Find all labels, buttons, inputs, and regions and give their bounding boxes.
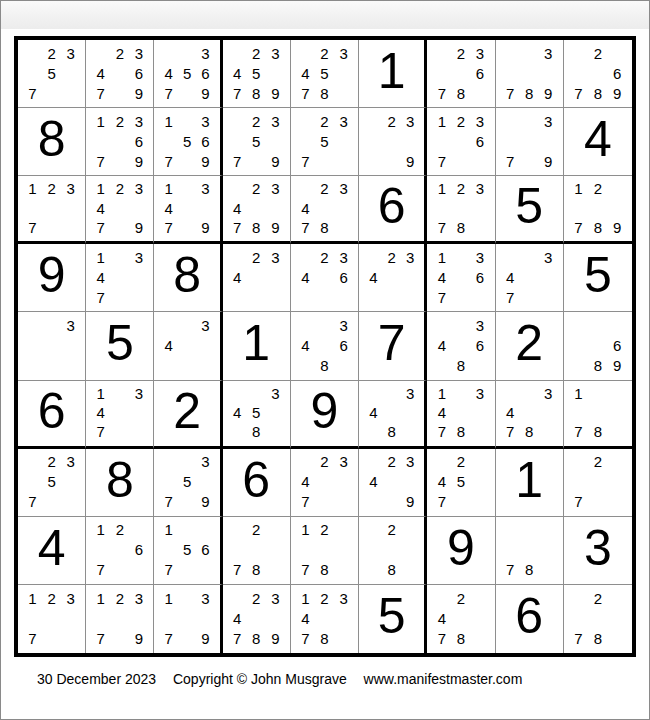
pencil-mark-7: 7 (432, 492, 451, 512)
pencil-mark-3: 3 (334, 179, 353, 198)
cell-r1c9[interactable]: 26789 (564, 40, 632, 108)
pencil-mark-2: 2 (42, 43, 61, 63)
cell-value: 2 (496, 312, 563, 379)
cell-r7c4[interactable]: 6 (223, 449, 291, 517)
pencil-mark-8: 8 (451, 83, 470, 103)
pencil-mark-2: 2 (451, 43, 470, 63)
pencil-mark-3: 3 (266, 43, 285, 63)
pencil-mark-7: 7 (296, 151, 315, 171)
cell-r2c5[interactable]: 2357 (291, 108, 359, 176)
cell-r9c9[interactable]: 278 (564, 585, 632, 653)
pencil-mark-6: 6 (608, 63, 627, 83)
pencil-mark-4: 4 (296, 608, 315, 628)
pencil-mark-7: 7 (91, 83, 110, 103)
pencil-mark-9: 9 (608, 356, 627, 376)
pencil-mark-3: 3 (334, 247, 353, 267)
cell-r7c6[interactable]: 2349 (359, 449, 427, 517)
cell-r2c3[interactable]: 135679 (154, 108, 222, 176)
pencil-mark-7: 7 (159, 629, 177, 649)
footer-copyright: Copyright © John Musgrave (173, 671, 347, 687)
cell-r1c5[interactable]: 234578 (291, 40, 359, 108)
pencil-mark-6: 6 (608, 335, 627, 355)
pencil-mark-9: 9 (129, 151, 148, 171)
pencil-mark-5: 5 (178, 131, 196, 151)
cell-value: 6 (496, 585, 563, 653)
pencil-mark-7: 7 (159, 492, 177, 512)
cell-r6c4[interactable]: 3458 (223, 381, 291, 449)
pencil-mark-1: 1 (159, 111, 177, 131)
cell-r6c8[interactable]: 3478 (496, 381, 564, 449)
cell-r2c9[interactable]: 4 (564, 108, 632, 176)
pencil-mark-3: 3 (539, 247, 558, 267)
cell-r6c9[interactable]: 178 (564, 381, 632, 449)
pencil-mark-2: 2 (42, 179, 61, 198)
pencil-mark-1: 1 (569, 179, 588, 198)
pencil-mark-3: 3 (539, 111, 558, 131)
cell-r4c9[interactable]: 5 (564, 244, 632, 312)
pencil-marks: 348 (359, 381, 424, 446)
pencil-mark-9: 9 (608, 83, 627, 103)
pencil-mark-3: 3 (129, 384, 148, 403)
cell-r7c5[interactable]: 2347 (291, 449, 359, 517)
cell-r8c6[interactable]: 28 (359, 517, 427, 585)
pencil-mark-4: 4 (91, 267, 110, 287)
pencil-mark-4: 4 (501, 403, 520, 422)
cell-r5c4[interactable]: 1 (223, 312, 291, 380)
pencil-mark-7: 7 (432, 287, 451, 307)
pencil-mark-3: 3 (196, 452, 214, 472)
pencil-mark-7: 7 (91, 151, 110, 171)
pencil-mark-6: 6 (334, 267, 353, 287)
pencil-mark-2: 2 (588, 452, 607, 472)
pencil-marks: 2357 (18, 40, 85, 107)
pencil-marks: 12379 (86, 585, 153, 653)
pencil-mark-7: 7 (159, 218, 177, 237)
pencil-marks: 26789 (564, 40, 632, 107)
cell-r9c1[interactable]: 1237 (18, 585, 86, 653)
pencil-mark-1: 1 (91, 247, 110, 267)
cell-r6c5[interactable]: 9 (291, 381, 359, 449)
pencil-mark-2: 2 (247, 179, 266, 198)
pencil-mark-4: 4 (296, 63, 315, 83)
cell-r7c9[interactable]: 27 (564, 449, 632, 517)
cell-r8c2[interactable]: 1267 (86, 517, 154, 585)
pencil-mark-7: 7 (228, 218, 247, 237)
pencil-mark-8: 8 (383, 422, 401, 441)
pencil-marks: 2478 (427, 585, 494, 653)
pencil-mark-7: 7 (432, 218, 451, 237)
pencil-mark-7: 7 (159, 560, 177, 580)
pencil-mark-2: 2 (451, 111, 470, 131)
pencil-marks: 1567 (154, 517, 219, 584)
cell-r3c1[interactable]: 1237 (18, 176, 86, 244)
pencil-mark-1: 1 (159, 588, 177, 608)
cell-r6c2[interactable]: 1347 (86, 381, 154, 449)
pencil-mark-6: 6 (470, 335, 489, 355)
pencil-marks: 3468 (427, 312, 494, 379)
pencil-mark-7: 7 (91, 629, 110, 649)
cell-r2c2[interactable]: 123679 (86, 108, 154, 176)
cell-r8c1[interactable]: 4 (18, 517, 86, 585)
cell-r8c7[interactable]: 9 (427, 517, 495, 585)
pencil-marks: 345679 (154, 40, 219, 107)
cell-value: 3 (564, 517, 632, 584)
cell-r8c8[interactable]: 78 (496, 517, 564, 585)
cell-value: 9 (291, 381, 358, 446)
pencil-mark-7: 7 (569, 83, 588, 103)
cell-value: 7 (359, 312, 424, 379)
pencil-mark-3: 3 (61, 588, 80, 608)
pencil-mark-3: 3 (401, 384, 419, 403)
pencil-mark-4: 4 (228, 199, 247, 218)
cell-r4c3[interactable]: 8 (154, 244, 222, 312)
pencil-mark-8: 8 (588, 356, 607, 376)
pencil-mark-2: 2 (247, 588, 266, 608)
cell-r8c4[interactable]: 278 (223, 517, 291, 585)
pencil-mark-1: 1 (569, 384, 588, 403)
pencil-mark-7: 7 (432, 422, 451, 441)
cell-value: 8 (86, 449, 153, 516)
pencil-mark-7: 7 (91, 287, 110, 307)
pencil-mark-7: 7 (501, 560, 520, 580)
pencil-marks: 13467 (427, 244, 494, 311)
pencil-mark-3: 3 (470, 315, 489, 335)
pencil-mark-9: 9 (266, 629, 285, 649)
pencil-mark-2: 2 (451, 588, 470, 608)
cell-value: 6 (223, 449, 290, 516)
pencil-mark-5: 5 (315, 131, 334, 151)
pencil-marks: 1347 (86, 244, 153, 311)
pencil-mark-3: 3 (129, 247, 148, 267)
pencil-mark-3: 3 (196, 111, 214, 131)
cell-r9c4[interactable]: 234789 (223, 585, 291, 653)
pencil-mark-3: 3 (266, 384, 285, 403)
cell-r5c1[interactable]: 3 (18, 312, 86, 380)
pencil-mark-8: 8 (588, 83, 607, 103)
cell-r3c6[interactable]: 6 (359, 176, 427, 244)
pencil-mark-2: 2 (383, 520, 401, 540)
cell-r5c8[interactable]: 2 (496, 312, 564, 380)
cell-r9c5[interactable]: 123478 (291, 585, 359, 653)
cell-r7c3[interactable]: 3579 (154, 449, 222, 517)
pencil-mark-7: 7 (91, 422, 110, 441)
pencil-marks: 2349 (359, 449, 424, 516)
pencil-mark-6: 6 (470, 267, 489, 287)
cell-r1c4[interactable]: 2345789 (223, 40, 291, 108)
pencil-mark-2: 2 (110, 43, 129, 63)
pencil-mark-2: 2 (588, 588, 607, 608)
pencil-mark-7: 7 (501, 151, 520, 171)
pencil-mark-3: 3 (196, 588, 214, 608)
pencil-mark-4: 4 (364, 267, 382, 287)
cell-r5c3[interactable]: 34 (154, 312, 222, 380)
pencil-mark-1: 1 (91, 179, 110, 198)
cell-r3c2[interactable]: 123479 (86, 176, 154, 244)
pencil-mark-7: 7 (296, 560, 315, 580)
pencil-mark-3: 3 (266, 247, 285, 267)
pencil-marks: 3458 (223, 381, 290, 446)
pencil-mark-2: 2 (451, 179, 470, 198)
pencil-marks: 234679 (86, 40, 153, 107)
cell-value: 9 (427, 517, 494, 584)
pencil-marks: 2346 (291, 244, 358, 311)
pencil-mark-7: 7 (569, 218, 588, 237)
pencil-mark-9: 9 (266, 151, 285, 171)
pencil-mark-7: 7 (228, 560, 247, 580)
pencil-mark-4: 4 (296, 199, 315, 218)
pencil-mark-6: 6 (196, 131, 214, 151)
cell-r9c3[interactable]: 1379 (154, 585, 222, 653)
pencil-mark-7: 7 (296, 629, 315, 649)
cell-value: 6 (359, 176, 424, 241)
pencil-marks: 3478 (496, 381, 563, 446)
cell-r1c7[interactable]: 23678 (427, 40, 495, 108)
pencil-mark-1: 1 (432, 247, 451, 267)
pencil-marks: 234578 (291, 40, 358, 107)
pencil-mark-2: 2 (315, 452, 334, 472)
pencil-mark-4: 4 (228, 403, 247, 422)
pencil-mark-9: 9 (129, 83, 148, 103)
pencil-mark-9: 9 (539, 83, 558, 103)
pencil-mark-9: 9 (401, 492, 419, 512)
pencil-mark-4: 4 (228, 63, 247, 83)
pencil-marks: 689 (564, 312, 632, 379)
pencil-mark-7: 7 (296, 83, 315, 103)
cell-r7c8[interactable]: 1 (496, 449, 564, 517)
pencil-marks: 178 (564, 381, 632, 446)
pencil-mark-2: 2 (451, 452, 470, 472)
pencil-mark-2: 2 (110, 111, 129, 131)
cell-r5c2[interactable]: 5 (86, 312, 154, 380)
cell-r6c6[interactable]: 348 (359, 381, 427, 449)
cell-r3c3[interactable]: 13479 (154, 176, 222, 244)
pencil-mark-4: 4 (296, 335, 315, 355)
pencil-mark-5: 5 (247, 63, 266, 83)
pencil-mark-2: 2 (110, 179, 129, 198)
cell-r1c6[interactable]: 1 (359, 40, 427, 108)
pencil-mark-9: 9 (401, 151, 419, 171)
cell-r4c4[interactable]: 234 (223, 244, 291, 312)
pencil-marks: 1379 (154, 585, 219, 653)
cell-r9c7[interactable]: 2478 (427, 585, 495, 653)
pencil-mark-8: 8 (247, 629, 266, 649)
pencil-mark-3: 3 (539, 384, 558, 403)
pencil-marks: 13478 (427, 381, 494, 446)
cell-value: 8 (154, 244, 219, 311)
pencil-mark-7: 7 (228, 151, 247, 171)
cell-r4c5[interactable]: 2346 (291, 244, 359, 312)
cell-r2c7[interactable]: 12367 (427, 108, 495, 176)
pencil-mark-4: 4 (228, 608, 247, 628)
pencil-mark-1: 1 (91, 111, 110, 131)
pencil-mark-3: 3 (334, 315, 353, 335)
pencil-marks: 1267 (86, 517, 153, 584)
pencil-mark-2: 2 (247, 247, 266, 267)
cell-r9c2[interactable]: 12379 (86, 585, 154, 653)
pencil-mark-9: 9 (539, 151, 558, 171)
pencil-marks: 3468 (291, 312, 358, 379)
pencil-mark-2: 2 (42, 588, 61, 608)
pencil-mark-6: 6 (334, 335, 353, 355)
pencil-marks: 1278 (291, 517, 358, 584)
pencil-marks: 234789 (223, 176, 290, 241)
pencil-marks: 1237 (18, 176, 85, 241)
pencil-mark-8: 8 (520, 83, 539, 103)
pencil-marks: 34 (154, 312, 219, 379)
cell-r3c9[interactable]: 12789 (564, 176, 632, 244)
pencil-mark-9: 9 (129, 629, 148, 649)
pencil-mark-8: 8 (520, 560, 539, 580)
pencil-mark-8: 8 (315, 83, 334, 103)
pencil-mark-3: 3 (61, 43, 80, 63)
footer-website: www.manifestmaster.com (364, 671, 523, 687)
cell-r3c8[interactable]: 5 (496, 176, 564, 244)
cell-r8c3[interactable]: 1567 (154, 517, 222, 585)
pencil-mark-6: 6 (470, 131, 489, 151)
cell-r4c6[interactable]: 234 (359, 244, 427, 312)
pencil-mark-5: 5 (315, 63, 334, 83)
pencil-mark-2: 2 (315, 588, 334, 608)
pencil-mark-3: 3 (470, 111, 489, 131)
pencil-mark-9: 9 (196, 218, 214, 237)
cell-r1c2[interactable]: 234679 (86, 40, 154, 108)
pencil-mark-8: 8 (247, 218, 266, 237)
pencil-mark-3: 3 (334, 452, 353, 472)
pencil-marks: 234 (223, 244, 290, 311)
pencil-mark-5: 5 (247, 403, 266, 422)
pencil-marks: 239 (359, 108, 424, 175)
cell-r7c7[interactable]: 2457 (427, 449, 495, 517)
pencil-mark-3: 3 (266, 111, 285, 131)
cell-value: 2 (154, 381, 219, 446)
pencil-mark-7: 7 (501, 422, 520, 441)
pencil-marks: 13479 (154, 176, 219, 241)
pencil-mark-8: 8 (588, 218, 607, 237)
pencil-mark-1: 1 (91, 520, 110, 540)
pencil-mark-1: 1 (296, 520, 315, 540)
cell-r1c8[interactable]: 3789 (496, 40, 564, 108)
pencil-mark-7: 7 (569, 629, 588, 649)
pencil-mark-7: 7 (23, 218, 42, 237)
cell-r4c8[interactable]: 347 (496, 244, 564, 312)
pencil-mark-7: 7 (23, 492, 42, 512)
cell-r9c6[interactable]: 5 (359, 585, 427, 653)
cell-r6c3[interactable]: 2 (154, 381, 222, 449)
cell-r7c1[interactable]: 2357 (18, 449, 86, 517)
pencil-mark-2: 2 (588, 179, 607, 198)
title-bar (1, 1, 649, 29)
pencil-marks: 278 (223, 517, 290, 584)
cell-r9c8[interactable]: 6 (496, 585, 564, 653)
pencil-mark-9: 9 (608, 218, 627, 237)
pencil-marks: 234 (359, 244, 424, 311)
pencil-mark-8: 8 (247, 560, 266, 580)
cell-r5c7[interactable]: 3468 (427, 312, 495, 380)
pencil-mark-5: 5 (42, 472, 61, 492)
pencil-marks: 12789 (564, 176, 632, 241)
cell-value: 5 (564, 244, 632, 311)
cell-r2c8[interactable]: 379 (496, 108, 564, 176)
pencil-mark-6: 6 (129, 63, 148, 83)
pencil-mark-7: 7 (159, 83, 177, 103)
cell-value: 5 (359, 585, 424, 653)
cell-value: 4 (18, 517, 85, 584)
pencil-mark-2: 2 (247, 111, 266, 131)
pencil-mark-6: 6 (196, 540, 214, 560)
pencil-mark-3: 3 (196, 179, 214, 198)
pencil-mark-7: 7 (432, 629, 451, 649)
pencil-mark-9: 9 (196, 492, 214, 512)
pencil-mark-5: 5 (42, 63, 61, 83)
cell-r5c5[interactable]: 3468 (291, 312, 359, 380)
pencil-marks: 379 (496, 108, 563, 175)
pencil-mark-1: 1 (432, 179, 451, 198)
pencil-mark-7: 7 (501, 83, 520, 103)
pencil-mark-1: 1 (23, 588, 42, 608)
pencil-mark-3: 3 (61, 179, 80, 198)
pencil-mark-2: 2 (383, 452, 401, 472)
cell-r2c4[interactable]: 23579 (223, 108, 291, 176)
pencil-marks: 135679 (154, 108, 219, 175)
cell-r6c7[interactable]: 13478 (427, 381, 495, 449)
cell-r2c1[interactable]: 8 (18, 108, 86, 176)
cell-r3c4[interactable]: 234789 (223, 176, 291, 244)
pencil-mark-7: 7 (432, 83, 451, 103)
pencil-marks: 123478 (291, 585, 358, 653)
pencil-mark-8: 8 (451, 422, 470, 441)
cell-r8c9[interactable]: 3 (564, 517, 632, 585)
cell-r4c2[interactable]: 1347 (86, 244, 154, 312)
cell-r4c7[interactable]: 13467 (427, 244, 495, 312)
pencil-mark-6: 6 (196, 63, 214, 83)
pencil-mark-3: 3 (334, 588, 353, 608)
cell-r5c6[interactable]: 7 (359, 312, 427, 380)
pencil-marks: 2345789 (223, 40, 290, 107)
cell-r7c2[interactable]: 8 (86, 449, 154, 517)
sudoku-grid: 2357234679345679234578923457812367837892… (14, 36, 636, 657)
pencil-mark-1: 1 (23, 179, 42, 198)
cell-r6c1[interactable]: 6 (18, 381, 86, 449)
pencil-mark-8: 8 (588, 629, 607, 649)
cell-r2c6[interactable]: 239 (359, 108, 427, 176)
pencil-marks: 28 (359, 517, 424, 584)
pencil-mark-8: 8 (520, 422, 539, 441)
pencil-marks: 278 (564, 585, 632, 653)
pencil-mark-4: 4 (501, 267, 520, 287)
pencil-mark-7: 7 (501, 287, 520, 307)
pencil-mark-1: 1 (159, 179, 177, 198)
cell-r8c5[interactable]: 1278 (291, 517, 359, 585)
cell-value: 9 (18, 244, 85, 311)
cell-r1c1[interactable]: 2357 (18, 40, 86, 108)
pencil-marks: 123479 (86, 176, 153, 241)
pencil-mark-3: 3 (401, 452, 419, 472)
pencil-mark-4: 4 (432, 608, 451, 628)
cell-r1c3[interactable]: 345679 (154, 40, 222, 108)
cell-r3c5[interactable]: 23478 (291, 176, 359, 244)
pencil-mark-8: 8 (315, 356, 334, 376)
footer-date: 30 December 2023 (37, 671, 156, 687)
pencil-mark-2: 2 (42, 452, 61, 472)
cell-r4c1[interactable]: 9 (18, 244, 86, 312)
pencil-mark-6: 6 (129, 540, 148, 560)
pencil-mark-4: 4 (432, 267, 451, 287)
pencil-mark-3: 3 (470, 43, 489, 63)
pencil-mark-7: 7 (159, 151, 177, 171)
pencil-mark-8: 8 (247, 422, 266, 441)
cell-r5c9[interactable]: 689 (564, 312, 632, 380)
cell-r3c7[interactable]: 12378 (427, 176, 495, 244)
